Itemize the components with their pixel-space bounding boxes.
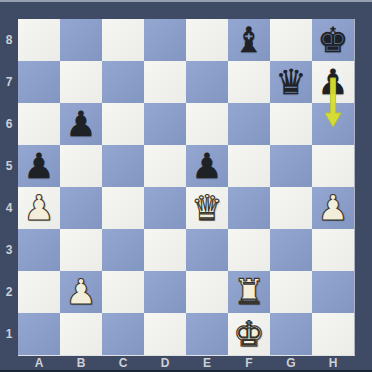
square-a7[interactable] [18, 61, 60, 103]
square-a4[interactable]: ♟ [18, 187, 60, 229]
square-c6[interactable] [102, 103, 144, 145]
square-d7[interactable] [144, 61, 186, 103]
square-c4[interactable] [102, 187, 144, 229]
rank-labels: 87654321 [0, 19, 18, 355]
square-b1[interactable] [60, 313, 102, 355]
black-king-piece[interactable]: ♚ [317, 19, 348, 61]
square-e7[interactable] [186, 61, 228, 103]
white-king-piece[interactable]: ♚ [233, 313, 264, 355]
square-d2[interactable] [144, 271, 186, 313]
square-d3[interactable] [144, 229, 186, 271]
square-d8[interactable] [144, 19, 186, 61]
square-e2[interactable] [186, 271, 228, 313]
square-f3[interactable] [228, 229, 270, 271]
square-f8[interactable]: ♝ [228, 19, 270, 61]
white-pawn-piece[interactable]: ♟ [317, 187, 348, 229]
rank-label-4: 4 [0, 187, 18, 229]
square-d4[interactable] [144, 187, 186, 229]
black-pawn-piece[interactable]: ♟ [317, 61, 348, 103]
black-pawn-piece[interactable]: ♟ [23, 145, 54, 187]
square-e3[interactable] [186, 229, 228, 271]
square-f1[interactable]: ♚ [228, 313, 270, 355]
black-pawn-piece[interactable]: ♟ [191, 145, 222, 187]
rank-label-8: 8 [0, 19, 18, 61]
square-f2[interactable]: ♜ [228, 271, 270, 313]
black-queen-piece[interactable]: ♛ [275, 61, 306, 103]
square-c8[interactable] [102, 19, 144, 61]
square-f5[interactable] [228, 145, 270, 187]
black-bishop-piece[interactable]: ♝ [233, 19, 264, 61]
square-b2[interactable]: ♟ [60, 271, 102, 313]
white-queen-piece[interactable]: ♛ [191, 187, 222, 229]
square-a6[interactable] [18, 103, 60, 145]
square-b5[interactable] [60, 145, 102, 187]
rank-label-1: 1 [0, 313, 18, 355]
square-d6[interactable] [144, 103, 186, 145]
square-c3[interactable] [102, 229, 144, 271]
square-h1[interactable] [312, 313, 354, 355]
square-g6[interactable] [270, 103, 312, 145]
square-a8[interactable] [18, 19, 60, 61]
square-b6[interactable]: ♟ [60, 103, 102, 145]
square-e5[interactable]: ♟ [186, 145, 228, 187]
square-b3[interactable] [60, 229, 102, 271]
square-h8[interactable]: ♚ [312, 19, 354, 61]
square-e8[interactable] [186, 19, 228, 61]
window-top-edge [0, 0, 372, 2]
square-f4[interactable] [228, 187, 270, 229]
rank-label-6: 6 [0, 103, 18, 145]
square-c1[interactable] [102, 313, 144, 355]
square-a3[interactable] [18, 229, 60, 271]
rank-label-2: 2 [0, 271, 18, 313]
square-e1[interactable] [186, 313, 228, 355]
square-d5[interactable] [144, 145, 186, 187]
square-h2[interactable] [312, 271, 354, 313]
square-f6[interactable] [228, 103, 270, 145]
white-pawn-piece[interactable]: ♟ [23, 187, 54, 229]
square-g5[interactable] [270, 145, 312, 187]
square-b4[interactable] [60, 187, 102, 229]
rank-label-5: 5 [0, 145, 18, 187]
square-h4[interactable]: ♟ [312, 187, 354, 229]
black-pawn-piece[interactable]: ♟ [65, 103, 96, 145]
square-g4[interactable] [270, 187, 312, 229]
square-h5[interactable] [312, 145, 354, 187]
square-a5[interactable]: ♟ [18, 145, 60, 187]
square-d1[interactable] [144, 313, 186, 355]
square-h3[interactable] [312, 229, 354, 271]
square-h6[interactable] [312, 103, 354, 145]
white-pawn-piece[interactable]: ♟ [65, 271, 96, 313]
square-g7[interactable]: ♛ [270, 61, 312, 103]
rank-label-7: 7 [0, 61, 18, 103]
square-h7[interactable]: ♟ [312, 61, 354, 103]
square-g8[interactable] [270, 19, 312, 61]
square-b7[interactable] [60, 61, 102, 103]
chess-board-window: 87654321 ♝♚♛♟♟♟♟♟♛♟♟♜♚ ABCDEFGH [0, 0, 372, 372]
square-g1[interactable] [270, 313, 312, 355]
square-g3[interactable] [270, 229, 312, 271]
chess-board: ♝♚♛♟♟♟♟♟♛♟♟♜♚ [18, 19, 355, 356]
square-e6[interactable] [186, 103, 228, 145]
square-a1[interactable] [18, 313, 60, 355]
square-g2[interactable] [270, 271, 312, 313]
square-f7[interactable] [228, 61, 270, 103]
rank-label-3: 3 [0, 229, 18, 271]
square-c2[interactable] [102, 271, 144, 313]
white-rook-piece[interactable]: ♜ [233, 271, 264, 313]
square-c5[interactable] [102, 145, 144, 187]
square-c7[interactable] [102, 61, 144, 103]
square-a2[interactable] [18, 271, 60, 313]
square-b8[interactable] [60, 19, 102, 61]
square-e4[interactable]: ♛ [186, 187, 228, 229]
